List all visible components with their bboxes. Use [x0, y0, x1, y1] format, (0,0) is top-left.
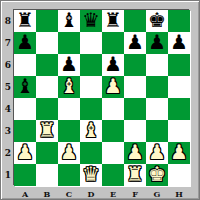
square-e7[interactable]: [102, 32, 124, 54]
square-h1[interactable]: [168, 164, 190, 186]
square-h3[interactable]: [168, 120, 190, 142]
square-g5[interactable]: [146, 76, 168, 98]
square-d6[interactable]: [80, 54, 102, 76]
piece-white-bishop[interactable]: ♝: [60, 76, 78, 97]
square-h8[interactable]: [168, 10, 190, 32]
file-label-c: C: [58, 187, 80, 200]
square-g1[interactable]: ♚: [146, 164, 168, 186]
file-label-a: A: [14, 187, 36, 200]
square-f8[interactable]: [124, 10, 146, 32]
square-a3[interactable]: [14, 120, 36, 142]
piece-black-pawn[interactable]: ♟: [60, 54, 78, 75]
square-a1[interactable]: [14, 164, 36, 186]
square-f7[interactable]: ♟: [124, 32, 146, 54]
piece-white-king[interactable]: ♚: [148, 164, 166, 185]
square-b2[interactable]: [36, 142, 58, 164]
square-a6[interactable]: [14, 54, 36, 76]
rank-label-6: 6: [2, 54, 14, 76]
piece-white-pawn[interactable]: ♟: [104, 76, 122, 97]
square-g7[interactable]: ♟: [146, 32, 168, 54]
square-e3[interactable]: [102, 120, 124, 142]
square-b7[interactable]: [36, 32, 58, 54]
square-d8[interactable]: ♛: [80, 10, 102, 32]
file-label-b: B: [36, 187, 58, 200]
square-g6[interactable]: [146, 54, 168, 76]
piece-black-bishop[interactable]: ♝: [60, 10, 78, 31]
rank-label-1: 1: [2, 164, 14, 186]
square-d7[interactable]: [80, 32, 102, 54]
square-c1[interactable]: [58, 164, 80, 186]
square-e6[interactable]: ♟: [102, 54, 124, 76]
file-label-d: D: [80, 187, 102, 200]
chess-board: ♜♝♛♜♚♟♟♟♟♟♟♝♝♟♜♝♟♟♟♟♟♛♜♚: [14, 10, 190, 186]
square-d3[interactable]: ♝: [80, 120, 102, 142]
square-c6[interactable]: ♟: [58, 54, 80, 76]
rank-label-3: 3: [2, 120, 14, 142]
square-b3[interactable]: ♜: [36, 120, 58, 142]
square-h5[interactable]: [168, 76, 190, 98]
piece-white-queen[interactable]: ♛: [82, 164, 100, 185]
square-h4[interactable]: [168, 98, 190, 120]
piece-black-queen[interactable]: ♛: [82, 10, 100, 31]
square-b5[interactable]: [36, 76, 58, 98]
square-e1[interactable]: [102, 164, 124, 186]
file-labels: ABCDEFGH: [14, 187, 190, 200]
square-g4[interactable]: [146, 98, 168, 120]
square-a8[interactable]: ♜: [14, 10, 36, 32]
file-label-h: H: [168, 187, 190, 200]
rank-label-2: 2: [2, 142, 14, 164]
square-c8[interactable]: ♝: [58, 10, 80, 32]
square-h2[interactable]: ♟: [168, 142, 190, 164]
rank-label-5: 5: [2, 76, 14, 98]
square-b8[interactable]: [36, 10, 58, 32]
piece-white-bishop[interactable]: ♝: [82, 120, 100, 141]
square-c3[interactable]: [58, 120, 80, 142]
square-c2[interactable]: ♟: [58, 142, 80, 164]
piece-white-pawn[interactable]: ♟: [170, 142, 188, 163]
square-b4[interactable]: [36, 98, 58, 120]
square-c5[interactable]: ♝: [58, 76, 80, 98]
square-h7[interactable]: ♟: [168, 32, 190, 54]
square-d2[interactable]: [80, 142, 102, 164]
piece-black-pawn[interactable]: ♟: [16, 32, 34, 53]
piece-black-king[interactable]: ♚: [148, 10, 166, 31]
square-f2[interactable]: ♟: [124, 142, 146, 164]
square-f1[interactable]: ♜: [124, 164, 146, 186]
square-f6[interactable]: [124, 54, 146, 76]
file-label-g: G: [146, 187, 168, 200]
square-c4[interactable]: [58, 98, 80, 120]
square-e2[interactable]: [102, 142, 124, 164]
board-frame: 87654321 ♜♝♛♜♚♟♟♟♟♟♟♝♝♟♜♝♟♟♟♟♟♛♜♚ ABCDEF…: [0, 0, 200, 200]
piece-black-pawn[interactable]: ♟: [126, 32, 144, 53]
piece-black-pawn[interactable]: ♟: [148, 32, 166, 53]
square-a7[interactable]: ♟: [14, 32, 36, 54]
square-f4[interactable]: [124, 98, 146, 120]
rank-labels: 87654321: [2, 10, 14, 186]
square-b6[interactable]: [36, 54, 58, 76]
square-f5[interactable]: [124, 76, 146, 98]
piece-white-pawn[interactable]: ♟: [60, 142, 78, 163]
square-e5[interactable]: ♟: [102, 76, 124, 98]
square-a2[interactable]: ♟: [14, 142, 36, 164]
piece-white-rook[interactable]: ♜: [38, 120, 56, 141]
square-d4[interactable]: [80, 98, 102, 120]
square-e4[interactable]: [102, 98, 124, 120]
piece-black-pawn[interactable]: ♟: [104, 54, 122, 75]
square-f3[interactable]: [124, 120, 146, 142]
square-e8[interactable]: ♜: [102, 10, 124, 32]
square-d5[interactable]: [80, 76, 102, 98]
square-g3[interactable]: [146, 120, 168, 142]
rank-label-4: 4: [2, 98, 14, 120]
piece-black-rook[interactable]: ♜: [16, 10, 34, 31]
square-c7[interactable]: [58, 32, 80, 54]
square-g8[interactable]: ♚: [146, 10, 168, 32]
square-g2[interactable]: ♟: [146, 142, 168, 164]
piece-white-rook[interactable]: ♜: [126, 164, 144, 185]
square-a4[interactable]: [14, 98, 36, 120]
square-h6[interactable]: [168, 54, 190, 76]
file-label-f: F: [124, 187, 146, 200]
file-label-e: E: [102, 187, 124, 200]
piece-black-pawn[interactable]: ♟: [170, 32, 188, 53]
piece-white-pawn[interactable]: ♟: [148, 142, 166, 163]
piece-black-rook[interactable]: ♜: [104, 10, 122, 31]
rank-label-7: 7: [2, 32, 14, 54]
square-a5[interactable]: ♝: [14, 76, 36, 98]
piece-black-bishop[interactable]: ♝: [16, 76, 34, 97]
piece-white-pawn[interactable]: ♟: [16, 142, 34, 163]
piece-white-pawn[interactable]: ♟: [126, 142, 144, 163]
square-b1[interactable]: [36, 164, 58, 186]
square-d1[interactable]: ♛: [80, 164, 102, 186]
rank-label-8: 8: [2, 10, 14, 32]
